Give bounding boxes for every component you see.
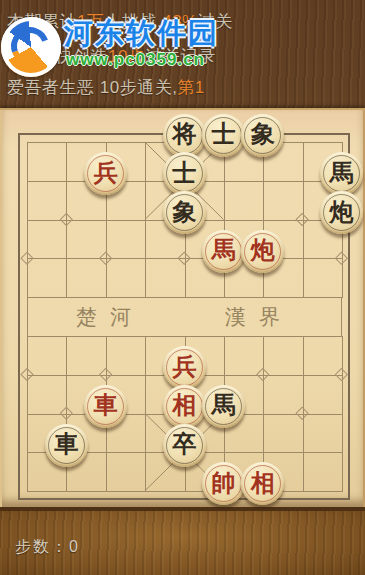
xiangqi-puzzle-screen: 本期累计1万人挑战,43%过关 最快创造10步过关记录 爱吾者生恶 10步通关,… — [0, 0, 365, 575]
piece-red-elephant[interactable]: 相 — [163, 385, 206, 428]
piece-glyph: 馬 — [212, 393, 236, 417]
piece-glyph: 象 — [172, 200, 196, 224]
piece-glyph: 帥 — [212, 471, 236, 495]
piece-glyph: 相 — [172, 393, 196, 417]
piece-glyph: 士 — [212, 122, 236, 146]
piece-glyph: 相 — [251, 471, 275, 495]
piece-glyph: 兵 — [94, 161, 118, 185]
stat-line-record: 最快创造10步过关记录 — [38, 45, 215, 68]
piece-glyph: 炮 — [329, 200, 353, 224]
piece-red-elephant[interactable]: 相 — [241, 462, 284, 505]
piece-black-horse[interactable]: 馬 — [202, 385, 245, 428]
stat-line-player-rank: 爱吾者生恶 10步通关,第1 — [7, 76, 205, 99]
piece-black-general[interactable]: 将 — [163, 114, 206, 157]
piece-glyph: 馬 — [329, 161, 353, 185]
piece-red-chariot[interactable]: 車 — [84, 385, 127, 428]
piece-red-horse[interactable]: 馬 — [202, 230, 245, 273]
piece-glyph: 馬 — [212, 238, 236, 262]
piece-glyph: 卒 — [172, 432, 196, 456]
piece-red-cannon[interactable]: 炮 — [241, 230, 284, 273]
piece-glyph: 兵 — [172, 355, 196, 379]
piece-black-elephant[interactable]: 象 — [241, 114, 284, 157]
piece-glyph: 士 — [172, 161, 196, 185]
piece-black-chariot[interactable]: 車 — [45, 424, 88, 467]
stat-line-challenges: 本期累计1万人挑战,43%过关 — [7, 10, 233, 33]
piece-glyph: 象 — [251, 122, 275, 146]
piece-black-advisor[interactable]: 士 — [202, 114, 245, 157]
piece-black-elephant[interactable]: 象 — [163, 191, 206, 234]
piece-red-general[interactable]: 帥 — [202, 462, 245, 505]
piece-black-advisor[interactable]: 士 — [163, 152, 206, 195]
piece-glyph: 将 — [172, 122, 196, 146]
piece-red-soldier[interactable]: 兵 — [163, 346, 206, 389]
piece-glyph: 車 — [94, 393, 118, 417]
piece-black-cannon[interactable]: 炮 — [320, 191, 363, 234]
piece-black-horse[interactable]: 馬 — [320, 152, 363, 195]
piece-glyph: 炮 — [251, 238, 275, 262]
piece-black-soldier[interactable]: 卒 — [163, 424, 206, 467]
piece-glyph: 車 — [54, 432, 78, 456]
piece-red-soldier[interactable]: 兵 — [84, 152, 127, 195]
